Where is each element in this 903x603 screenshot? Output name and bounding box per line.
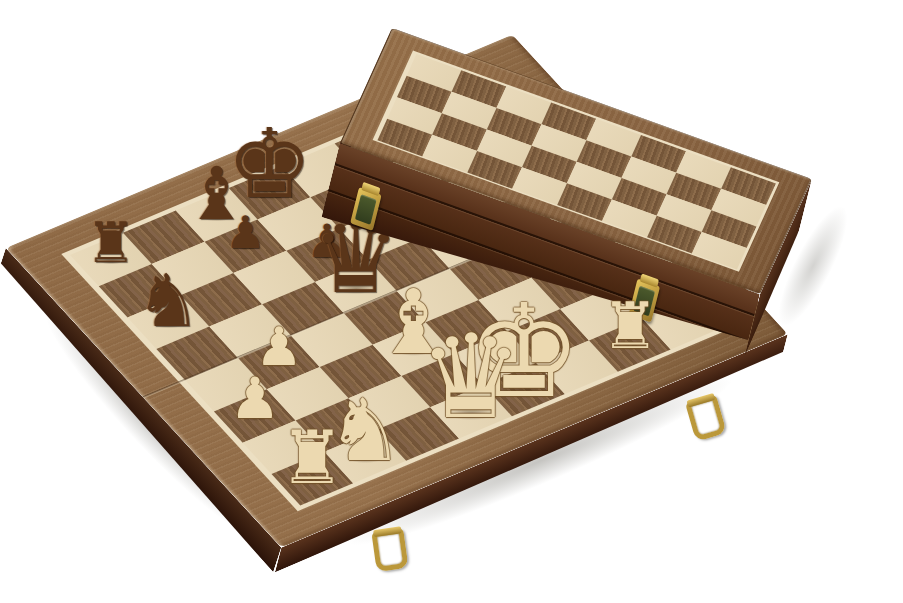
latch-hasp-right [685, 394, 727, 441]
latch-hasp-bottom [371, 528, 408, 572]
chess-set-photo: ♜♝♚♟♞♟♛♟♟♝♜♞♛♚♜ [0, 0, 903, 603]
brass-clasp-right-icon [629, 278, 660, 322]
brass-clasp-left-icon [350, 187, 381, 231]
